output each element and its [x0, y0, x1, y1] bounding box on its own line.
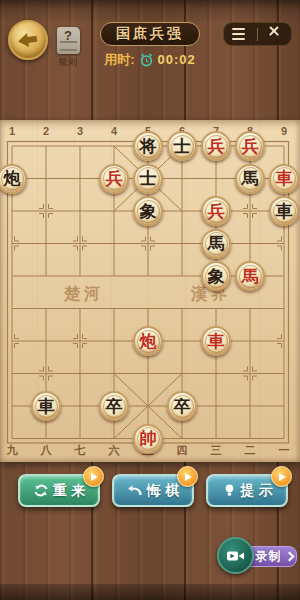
timer-value: 00:02 — [158, 52, 196, 67]
hint-button[interactable]: 提示 — [206, 474, 288, 507]
record-label: 录制 — [256, 548, 282, 565]
piece-red-soldier[interactable]: 兵 — [235, 131, 265, 161]
undo-button[interactable]: 悔棋 — [112, 474, 194, 507]
piece-character: 帥 — [140, 430, 157, 447]
record-circle — [217, 537, 254, 574]
divider — [257, 28, 258, 41]
piece-red-soldier[interactable]: 兵 — [201, 196, 231, 226]
puzzle-title: 国庶兵强 — [100, 22, 200, 46]
piece-character: 馬 — [242, 170, 259, 187]
piece-character: 将 — [140, 138, 157, 155]
hamburger-icon — [232, 28, 245, 30]
piece-black-soldier[interactable]: 卒 — [167, 391, 197, 421]
piece-red-chariot[interactable]: 車 — [201, 326, 231, 356]
camcorder-icon — [226, 549, 245, 563]
piece-red-general[interactable]: 帥 — [133, 424, 163, 454]
timer-label: 用时: — [104, 51, 134, 69]
piece-red-horse[interactable]: 馬 — [235, 261, 265, 291]
restart-ad-badge[interactable] — [83, 466, 104, 487]
piece-red-chariot[interactable]: 車 — [269, 164, 299, 194]
piece-character: 炮 — [4, 170, 21, 187]
hint-label: 提示 — [241, 482, 277, 500]
menu-button[interactable] — [228, 24, 249, 44]
chevron-right-icon — [284, 552, 294, 562]
undo-icon — [127, 484, 143, 498]
piece-character: 兵 — [106, 170, 123, 187]
timer: 用时: 00:02 — [0, 51, 300, 68]
piece-character: 車 — [208, 333, 225, 350]
menu-pill — [223, 22, 292, 46]
piece-character: 馬 — [242, 268, 259, 285]
piece-black-cannon[interactable]: 炮 — [0, 164, 27, 194]
piece-black-horse[interactable]: 馬 — [235, 164, 265, 194]
piece-character: 兵 — [208, 203, 225, 220]
piece-red-cannon[interactable]: 炮 — [133, 326, 163, 356]
piece-black-chariot[interactable]: 車 — [269, 196, 299, 226]
xiangqi-app: ? 规则 国庶兵强 用时: 00:02 楚河 漢界 123456789 九八七六… — [0, 0, 300, 600]
piece-character: 士 — [140, 170, 157, 187]
piece-character: 馬 — [208, 235, 225, 252]
piece-black-advisor[interactable]: 士 — [133, 164, 163, 194]
rules-book-icon: ? — [57, 27, 80, 54]
restart-icon — [33, 483, 49, 498]
piece-black-chariot[interactable]: 車 — [31, 391, 61, 421]
restart-button[interactable]: 重来 — [18, 474, 100, 507]
piece-black-advisor[interactable]: 士 — [167, 131, 197, 161]
piece-character: 炮 — [140, 333, 157, 350]
hint-icon — [222, 483, 237, 498]
piece-black-horse[interactable]: 馬 — [201, 229, 231, 259]
piece-character: 象 — [140, 203, 157, 220]
piece-black-general[interactable]: 将 — [133, 131, 163, 161]
piece-black-elephant[interactable]: 象 — [201, 261, 231, 291]
play-icon — [185, 473, 192, 481]
piece-red-soldier[interactable]: 兵 — [99, 164, 129, 194]
back-arrow-icon — [15, 27, 42, 52]
hint-ad-badge[interactable] — [271, 466, 292, 487]
piece-character: 象 — [208, 268, 225, 285]
puzzle-title-text: 国庶兵强 — [116, 25, 184, 43]
piece-red-soldier[interactable]: 兵 — [201, 131, 231, 161]
bottom-shadow-strip — [0, 584, 300, 600]
record-button[interactable]: 录制 — [217, 537, 298, 574]
clock-icon — [140, 53, 153, 67]
pieces-grid: 将士兵兵炮兵士馬車象兵車馬象馬炮車車卒卒帥 — [0, 130, 300, 455]
piece-character: 兵 — [242, 138, 259, 155]
piece-character: 兵 — [208, 138, 225, 155]
play-icon — [91, 473, 98, 481]
undo-label: 悔棋 — [147, 482, 183, 500]
piece-character: 車 — [276, 203, 293, 220]
piece-black-elephant[interactable]: 象 — [133, 196, 163, 226]
play-icon — [279, 473, 286, 481]
piece-character: 卒 — [174, 398, 191, 415]
piece-character: 士 — [174, 138, 191, 155]
question-mark: ? — [64, 27, 72, 54]
board[interactable]: 楚河 漢界 123456789 九八七六五四三二一 将士兵兵炮兵士馬車象兵車馬象… — [0, 120, 300, 462]
close-button[interactable] — [267, 24, 287, 44]
piece-character: 車 — [276, 170, 293, 187]
piece-character: 卒 — [106, 398, 123, 415]
undo-ad-badge[interactable] — [177, 466, 198, 487]
piece-character: 車 — [38, 398, 55, 415]
piece-black-soldier[interactable]: 卒 — [99, 391, 129, 421]
restart-label: 重来 — [53, 482, 89, 500]
